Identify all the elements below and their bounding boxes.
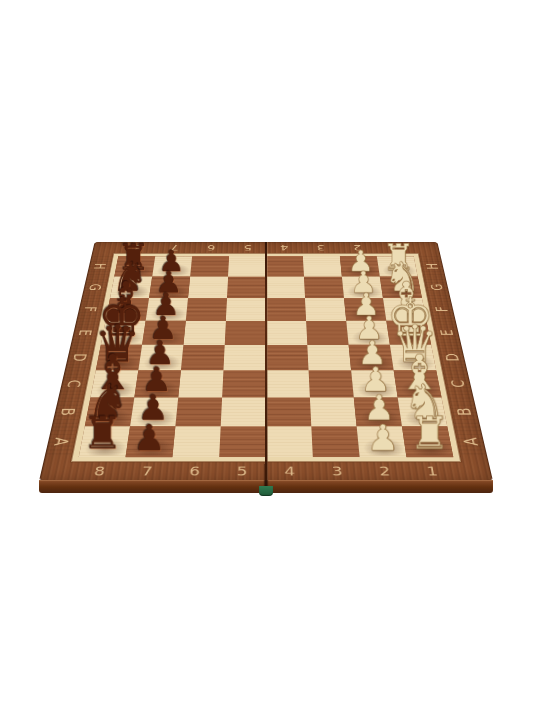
square-g5 [227,277,266,298]
chess-board: 87654321 87654321 HGFEDCBA HGFEDCBA ♜♟♟♜… [39,242,493,481]
file-label-left-c: C [51,376,97,391]
square-a8: ♜ [79,426,130,457]
square-a5 [219,426,266,457]
file-label-left-b: B [44,404,92,420]
square-g3 [304,277,344,298]
square-c6 [178,370,223,397]
fold-seam [264,242,267,481]
square-e4 [266,321,307,345]
rank-label-near-1: 1 [407,463,458,481]
file-label-left-f: F [69,303,111,315]
rank-label-far-2: 2 [339,242,377,252]
square-b5 [221,397,266,426]
piece-black-pawn-a7: ♟ [133,421,165,455]
square-d3 [307,345,351,371]
file-label-left-h: H [80,261,120,272]
board-frame: 87654321 87654321 HGFEDCBA HGFEDCBA ♜♟♟♜… [39,242,493,481]
rank-label-far-8: 8 [119,242,157,252]
rank-label-near-5: 5 [218,463,266,481]
rank-label-near-2: 2 [360,463,410,481]
file-label-left-d: D [57,351,102,365]
square-d5 [223,345,266,371]
square-h6 [190,256,229,276]
file-label-right-b: B [440,404,488,420]
file-label-left-e: E [63,326,107,339]
square-h5 [228,256,266,276]
rank-label-near-7: 7 [122,463,172,481]
square-a2: ♟ [357,426,407,457]
square-f4 [266,298,306,321]
rank-label-near-4: 4 [266,463,314,481]
square-d4 [266,345,309,371]
file-label-right-f: F [421,303,463,315]
rank-label-far-3: 3 [302,242,339,252]
rank-label-near-3: 3 [313,463,362,481]
square-a6 [172,426,220,457]
square-a1: ♜ [402,426,453,457]
felt-foot [259,486,273,496]
piece-white-pawn-a2: ♟ [367,421,399,455]
square-a7: ♟ [126,426,176,457]
product-photo: 87654321 87654321 HGFEDCBA HGFEDCBA ♜♟♟♜… [0,0,540,720]
square-b4 [266,397,311,426]
rank-label-far-4: 4 [266,242,303,252]
file-label-left-g: G [75,281,116,293]
file-label-right-a: A [446,433,496,450]
square-e6 [183,321,225,345]
rank-label-far-1: 1 [375,242,413,252]
chess-board-scene: 87654321 87654321 HGFEDCBA HGFEDCBA ♜♟♟♜… [39,238,493,484]
square-e5 [225,321,266,345]
rank-label-far-5: 5 [229,242,266,252]
file-label-left-a: A [37,433,87,450]
square-h3 [303,256,342,276]
square-a3 [311,426,359,457]
rank-labels-far: 87654321 [119,242,413,252]
square-d6 [181,345,225,371]
file-label-right-g: G [416,281,457,293]
square-f6 [186,298,227,321]
rank-label-far-6: 6 [192,242,229,252]
file-label-right-d: D [430,351,475,365]
square-b3 [310,397,357,426]
square-c3 [309,370,354,397]
square-h4 [266,256,304,276]
square-f5 [226,298,266,321]
rank-label-near-8: 8 [74,463,125,481]
square-g4 [266,277,305,298]
square-e3 [306,321,348,345]
file-label-right-c: C [435,376,481,391]
square-g6 [188,277,228,298]
square-f3 [305,298,346,321]
square-b6 [175,397,222,426]
file-label-right-e: E [425,326,469,339]
square-c5 [222,370,266,397]
file-label-right-h: H [412,261,452,272]
square-c4 [266,370,310,397]
square-a4 [266,426,313,457]
rank-label-far-7: 7 [156,242,194,252]
rank-label-near-6: 6 [170,463,219,481]
